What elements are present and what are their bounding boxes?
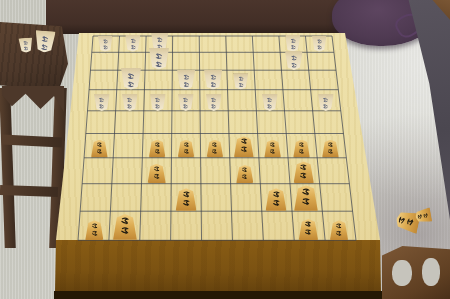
piece-kanji xyxy=(127,95,134,108)
piece-kanji xyxy=(183,95,190,108)
piece-kanji xyxy=(103,38,109,50)
piece-kanji xyxy=(153,166,161,181)
piece-kanji xyxy=(335,223,343,238)
piece-kanji xyxy=(127,70,135,87)
board-grid xyxy=(0,0,450,299)
piece-kanji xyxy=(155,51,163,68)
piece-kanji xyxy=(291,53,298,68)
piece-kanji xyxy=(129,37,135,50)
piece-kanji xyxy=(155,95,162,108)
piece-kanji xyxy=(154,142,161,156)
piece-kanji xyxy=(96,142,103,156)
piece-kanji xyxy=(241,167,248,181)
piece-kanji xyxy=(120,217,130,237)
piece-kanji xyxy=(211,142,218,156)
piece-kanji xyxy=(238,75,244,88)
piece-kanji xyxy=(290,37,296,50)
piece-kanji xyxy=(183,142,190,156)
piece-kanji xyxy=(301,188,311,208)
piece-kanji xyxy=(182,191,191,209)
piece-kanji xyxy=(210,72,218,87)
piece-kanji xyxy=(299,164,307,181)
piece-kanji xyxy=(397,215,416,227)
piece-kanji xyxy=(91,223,99,238)
piece-kanji xyxy=(23,39,29,51)
shogi-match-scene xyxy=(0,0,450,299)
piece-kanji xyxy=(327,142,334,156)
piece-kanji xyxy=(99,95,106,108)
piece-kanji xyxy=(240,138,248,155)
piece-kanji xyxy=(322,95,329,108)
piece-kanji xyxy=(40,33,50,50)
piece-kanji xyxy=(269,142,276,156)
piece-kanji xyxy=(182,72,190,87)
piece-kanji xyxy=(266,95,273,108)
piece-kanji xyxy=(272,191,281,209)
piece-kanji xyxy=(416,212,429,220)
piece-kanji xyxy=(211,95,218,108)
piece-kanji xyxy=(156,35,163,50)
piece-kanji xyxy=(298,142,305,156)
piece-kanji xyxy=(317,38,323,50)
piece-kanji xyxy=(304,221,312,237)
